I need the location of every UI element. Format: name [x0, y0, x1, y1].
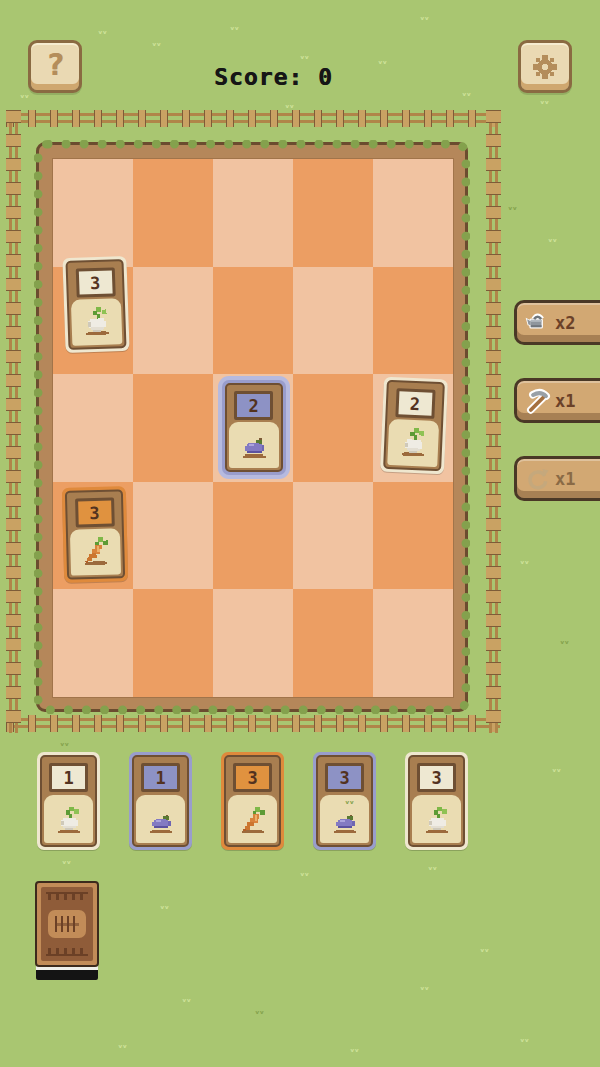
grass-tuft: ᵛᵛ [552, 768, 561, 776]
card-value-label: 2 [234, 391, 273, 420]
grass-tuft: ᵛᵛ [508, 206, 517, 214]
grass-tuft: ᵛᵛ [118, 1044, 127, 1052]
card-value-label: 1 [49, 763, 88, 792]
board-cell[interactable] [53, 159, 133, 267]
turnip-sprite-icon [53, 804, 85, 836]
card-value: 2 [248, 396, 258, 416]
card-value-label: 3 [75, 498, 115, 528]
card-value: 3 [89, 272, 100, 292]
grass-tuft: ᵛᵛ [160, 905, 169, 913]
card-value: 3 [339, 768, 349, 788]
turnip-sprite-icon [421, 804, 453, 836]
grass-tuft: ᵛᵛ [350, 1048, 359, 1056]
watering-can-icon [524, 309, 551, 336]
grass-tuft: ᵛᵛ [62, 860, 71, 868]
grass-tuft: ᵛᵛ [462, 92, 471, 100]
grass-tuft: ᵛᵛ [560, 640, 569, 648]
board-cell[interactable] [293, 159, 373, 267]
grass-tuft: ᵛᵛ [60, 742, 69, 750]
tool-button-pickaxe[interactable]: x1 [514, 378, 600, 423]
board-cell[interactable] [133, 159, 213, 267]
board-cell[interactable] [213, 482, 293, 590]
carrot-sprite-icon [237, 804, 269, 836]
card-value: 1 [155, 768, 165, 788]
card-value: 3 [247, 768, 257, 788]
deck-book-panel [41, 887, 93, 961]
card-value: 1 [63, 768, 73, 788]
card-value-label: 3 [417, 763, 456, 792]
refresh-icon [524, 465, 551, 492]
carrot-sprite-icon [78, 534, 113, 569]
eggplant-sprite-icon [329, 804, 361, 836]
board-cell[interactable] [373, 267, 453, 375]
fence-bottom [6, 715, 500, 732]
board-card-eggplant-2[interactable]: 2 [222, 380, 286, 475]
board-cell[interactable] [213, 267, 293, 375]
turnip-sprite-icon [78, 303, 113, 338]
board-cell[interactable] [293, 482, 373, 590]
eggplant-sprite-icon [237, 427, 271, 461]
card-value-label: 3 [325, 763, 364, 792]
grass-tuft: ᵛᵛ [182, 998, 191, 1006]
board-cell[interactable] [373, 482, 453, 590]
farm-board: 3 2 2 3 [36, 142, 468, 712]
hand-card-eggplant-1[interactable]: 1 [129, 752, 192, 850]
grass-tuft: ᵛᵛ [98, 30, 107, 38]
grass-tuft: ᵛᵛ [152, 42, 161, 50]
board-cell[interactable] [293, 374, 373, 482]
card-value-label: 1 [141, 763, 180, 792]
board-cell[interactable] [213, 589, 293, 697]
board-cell[interactable] [373, 589, 453, 697]
pickaxe-icon [524, 387, 551, 414]
tool-count: x2 [555, 313, 575, 333]
card-value: 2 [409, 393, 420, 413]
board-card-turnip-3[interactable]: 3 [62, 256, 129, 353]
board-card-carrot-3[interactable]: 3 [62, 486, 128, 583]
tool-button-watering-can[interactable]: x2 [514, 300, 600, 345]
grass-tuft: ᵛᵛ [480, 948, 489, 956]
hand-cards: 1 1 3 3 [37, 752, 468, 850]
tool-count: x1 [555, 391, 575, 411]
hand-card-carrot-3[interactable]: 3 [221, 752, 284, 850]
board-cell[interactable] [133, 267, 213, 375]
board-card-turnip-2[interactable]: 2 [380, 377, 448, 475]
card-value-label: 3 [233, 763, 272, 792]
grass-tuft: ᵛᵛ [300, 55, 309, 63]
deck-book-cover [35, 881, 99, 967]
grass-tuft: ᵛᵛ [428, 866, 437, 874]
board-cell[interactable] [53, 589, 133, 697]
score-text: Score: 0 [214, 64, 333, 90]
eggplant-sprite-icon [145, 804, 177, 836]
fence-top [6, 110, 500, 127]
tool-button-refresh[interactable]: x1 [514, 456, 600, 501]
grass-tuft: ᵛᵛ [540, 100, 549, 108]
grass-tuft: ᵛᵛ [378, 60, 387, 68]
hand-card-turnip-3[interactable]: 3 [405, 752, 468, 850]
grass-tuft: ᵛᵛ [20, 94, 29, 102]
grass-tuft: ᵛᵛ [548, 238, 557, 246]
board-cell[interactable] [133, 374, 213, 482]
grass-tuft: ᵛᵛ [520, 560, 529, 568]
deck-book-emblem-icon [48, 910, 86, 938]
board-cell[interactable] [293, 267, 373, 375]
card-value-label: 3 [75, 267, 115, 297]
tool-panel: x2 x1 x1 [514, 300, 600, 501]
game-screen: { "game": "Pixel-art vegetable card plac… [0, 0, 600, 1067]
hand-card-turnip-1[interactable]: 1 [37, 752, 100, 850]
turnip-sprite-icon [396, 424, 431, 459]
board-cell[interactable] [53, 374, 133, 482]
fence-right [486, 110, 501, 733]
board-cell[interactable] [133, 589, 213, 697]
board-cell[interactable] [133, 482, 213, 590]
board-cell[interactable] [213, 159, 293, 267]
help-button[interactable]: ? [28, 40, 82, 93]
card-value: 3 [89, 502, 100, 522]
settings-button[interactable] [518, 40, 572, 93]
fence-left [6, 110, 21, 733]
hand-card-eggplant-3[interactable]: 3 [313, 752, 376, 850]
grass-tuft: ᵛᵛ [420, 16, 429, 24]
card-value: 3 [431, 768, 441, 788]
card-value-label: 2 [395, 388, 435, 419]
gear-icon [530, 52, 560, 82]
grass-tuft: ᵛᵛ [230, 26, 239, 34]
grass-tuft: ᵛᵛ [520, 1038, 529, 1046]
question-mark-icon: ? [46, 47, 64, 82]
grass-tuft: ᵛᵛ [420, 986, 429, 994]
board-cell[interactable] [373, 159, 453, 267]
tool-count: x1 [555, 469, 575, 489]
board-cell[interactable] [293, 589, 373, 697]
grass-tuft: ᵛᵛ [255, 1010, 264, 1018]
grass-tuft: ᵛᵛ [300, 872, 309, 880]
deck-button[interactable] [35, 881, 99, 980]
